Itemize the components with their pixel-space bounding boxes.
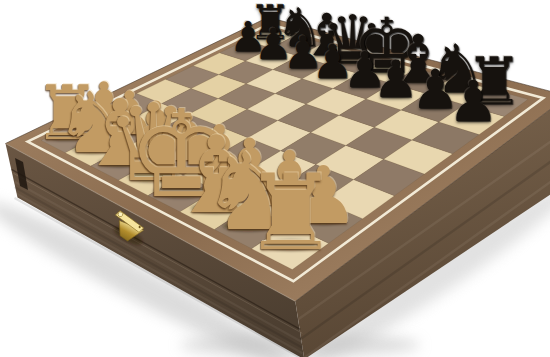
piece-black-pawn-h7[interactable]: ♟ <box>445 73 502 130</box>
piece-white-rook-h1[interactable]: ♜ <box>238 160 343 265</box>
chess-set-photo: ♜♞♟♝♟♛♟♚♟♝♟♞♟♜♟♟♟♟♜♟♞♟♝♟♛♟♚♟♝♟♞♜ <box>0 0 550 357</box>
